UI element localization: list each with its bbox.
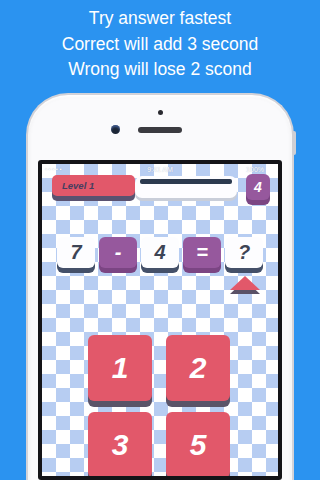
answer-option-5[interactable]: 5 — [166, 412, 230, 476]
time-progress-bar — [135, 176, 237, 198]
score-badge: 4 — [246, 174, 270, 200]
instruction-line-2: Correct will add 3 second — [0, 32, 320, 58]
phone-screen: ••••• 9:41 AM 100% Level 1 4 7 - 4 = — [38, 160, 282, 480]
battery-percent: 100% — [246, 166, 264, 173]
triangle-face — [230, 276, 260, 290]
game-screen: ••••• 9:41 AM 100% Level 1 4 7 - 4 = — [42, 164, 278, 476]
answer-grid: 1 2 3 5 — [88, 335, 230, 476]
equation-operand-1: 7 — [57, 237, 95, 268]
battery-icon — [266, 168, 275, 172]
equation-equals-sign: = — [183, 237, 221, 268]
app-background: Try answer fastest Correct will add 3 se… — [0, 0, 320, 480]
front-camera-icon — [111, 125, 120, 134]
equation-row: 7 - 4 = ? — [57, 237, 263, 268]
answer-option-3[interactable]: 3 — [88, 412, 152, 476]
answer-pointer-triangle-icon — [230, 276, 260, 295]
equation-operand-2: 4 — [141, 237, 179, 268]
power-button — [292, 131, 296, 155]
instruction-line-3: Wrong will lose 2 scond — [0, 57, 320, 83]
equation-unknown: ? — [225, 237, 263, 268]
answer-option-2[interactable]: 2 — [166, 335, 230, 401]
phone-frame: ••••• 9:41 AM 100% Level 1 4 7 - 4 = — [26, 93, 294, 480]
answer-option-1[interactable]: 1 — [88, 335, 152, 401]
level-badge: Level 1 — [52, 175, 135, 196]
instruction-line-1: Try answer fastest — [0, 6, 320, 32]
time-progress-fill — [140, 179, 232, 184]
battery-group: 100% — [246, 166, 275, 173]
equation-operator-minus: - — [99, 237, 137, 268]
clock-text: 9:41 AM — [42, 166, 278, 173]
proximity-sensor-icon — [158, 110, 163, 115]
status-bar: ••••• 9:41 AM 100% — [42, 164, 278, 175]
earpiece-speaker — [138, 127, 182, 133]
instructions: Try answer fastest Correct will add 3 se… — [0, 6, 320, 83]
